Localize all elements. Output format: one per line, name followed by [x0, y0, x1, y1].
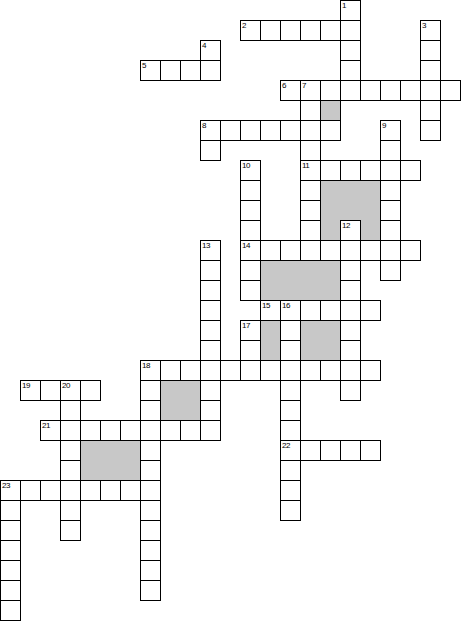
crossword-cell[interactable]	[240, 200, 261, 221]
crossword-cell[interactable]	[260, 360, 281, 381]
crossword-cell[interactable]	[60, 460, 81, 481]
shaded-cell	[340, 200, 361, 221]
crossword-cell[interactable]	[0, 540, 21, 561]
crossword-cell[interactable]	[340, 380, 361, 401]
crossword-cell[interactable]	[200, 400, 221, 421]
crossword-cell[interactable]	[200, 360, 221, 381]
crossword-cell[interactable]	[420, 60, 441, 81]
crossword-cell[interactable]	[20, 480, 41, 501]
crossword-cell[interactable]	[280, 500, 301, 521]
shaded-cell	[300, 340, 321, 361]
shaded-cell	[280, 280, 301, 301]
crossword-cell[interactable]	[340, 40, 361, 61]
crossword-cell[interactable]: 7	[300, 80, 321, 101]
crossword-cell[interactable]	[100, 480, 121, 501]
shaded-cell	[300, 320, 321, 341]
crossword-board: 1234567891011121314151617181920212223	[0, 0, 461, 621]
crossword-cell[interactable]: 19	[20, 380, 41, 401]
shaded-cell	[360, 200, 381, 221]
crossword-cell[interactable]: 14	[240, 240, 261, 261]
crossword-cell[interactable]	[420, 120, 441, 141]
crossword-cell[interactable]	[340, 80, 361, 101]
crossword-cell[interactable]	[0, 580, 21, 601]
clue-number: 21	[42, 421, 50, 430]
crossword-cell[interactable]	[60, 420, 81, 441]
shaded-cell	[320, 220, 341, 241]
crossword-cell[interactable]	[340, 240, 361, 261]
crossword-cell[interactable]	[140, 520, 161, 541]
crossword-cell[interactable]	[320, 80, 341, 101]
crossword-cell[interactable]	[120, 420, 141, 441]
crossword-cell[interactable]: 8	[200, 120, 221, 141]
shaded-cell	[280, 260, 301, 281]
clue-number: 10	[242, 161, 250, 170]
crossword-cell[interactable]	[200, 420, 221, 441]
crossword-cell[interactable]	[300, 20, 321, 41]
clue-number: 5	[142, 61, 146, 70]
shaded-cell	[320, 100, 341, 121]
crossword-cell[interactable]	[140, 560, 161, 581]
clue-number: 9	[382, 121, 386, 130]
crossword-cell[interactable]	[420, 100, 441, 121]
crossword-cell[interactable]	[80, 380, 101, 401]
crossword-cell[interactable]	[300, 220, 321, 241]
crossword-cell[interactable]	[140, 580, 161, 601]
crossword-cell[interactable]	[280, 400, 301, 421]
crossword-cell[interactable]	[200, 380, 221, 401]
crossword-cell[interactable]	[80, 480, 101, 501]
crossword-cell[interactable]	[140, 380, 161, 401]
crossword-cell[interactable]	[360, 240, 381, 261]
crossword-cell[interactable]	[340, 20, 361, 41]
crossword-cell[interactable]	[380, 220, 401, 241]
shaded-cell	[320, 280, 341, 301]
crossword-cell[interactable]	[220, 120, 241, 141]
crossword-cell[interactable]	[420, 80, 441, 101]
crossword-cell[interactable]: 11	[300, 160, 321, 181]
crossword-cell[interactable]	[340, 340, 361, 361]
crossword-cell[interactable]	[280, 120, 301, 141]
crossword-cell[interactable]	[380, 160, 401, 181]
crossword-cell[interactable]	[280, 20, 301, 41]
clue-number: 13	[202, 241, 210, 250]
crossword-cell[interactable]	[40, 480, 61, 501]
crossword-cell[interactable]	[300, 440, 321, 461]
crossword-cell[interactable]	[360, 160, 381, 181]
crossword-cell[interactable]	[0, 560, 21, 581]
crossword-cell[interactable]	[240, 340, 261, 361]
clue-number: 15	[262, 301, 270, 310]
shaded-cell	[260, 280, 281, 301]
crossword-cell[interactable]	[340, 160, 361, 181]
crossword-cell[interactable]	[280, 320, 301, 341]
crossword-cell[interactable]	[420, 40, 441, 61]
crossword-cell[interactable]	[40, 380, 61, 401]
crossword-cell[interactable]	[120, 480, 141, 501]
crossword-cell[interactable]	[280, 380, 301, 401]
crossword-cell[interactable]	[200, 280, 221, 301]
crossword-cell[interactable]	[180, 60, 201, 81]
crossword-cell[interactable]	[140, 440, 161, 461]
crossword-cell[interactable]	[200, 260, 221, 281]
clue-number: 23	[2, 481, 10, 490]
crossword-cell[interactable]	[320, 160, 341, 181]
crossword-cell[interactable]	[280, 480, 301, 501]
shaded-cell	[320, 180, 341, 201]
shaded-cell	[120, 460, 141, 481]
shaded-cell	[320, 200, 341, 221]
crossword-cell[interactable]: 6	[280, 80, 301, 101]
crossword-cell[interactable]	[60, 400, 81, 421]
shaded-cell	[100, 460, 121, 481]
crossword-cell[interactable]: 3	[420, 20, 441, 41]
crossword-cell[interactable]	[300, 180, 321, 201]
crossword-cell[interactable]	[240, 260, 261, 281]
shaded-cell	[360, 180, 381, 201]
crossword-cell[interactable]	[160, 420, 181, 441]
crossword-cell[interactable]	[280, 360, 301, 381]
crossword-cell[interactable]	[340, 280, 361, 301]
crossword-cell[interactable]	[200, 340, 221, 361]
crossword-cell[interactable]: 23	[0, 480, 21, 501]
crossword-cell[interactable]	[440, 80, 461, 101]
clue-number: 2	[242, 21, 246, 30]
crossword-cell[interactable]	[300, 140, 321, 161]
crossword-cell[interactable]	[140, 500, 161, 521]
crossword-cell[interactable]	[180, 420, 201, 441]
crossword-cell[interactable]: 4	[200, 40, 221, 61]
crossword-cell[interactable]	[200, 320, 221, 341]
crossword-cell[interactable]	[140, 540, 161, 561]
shaded-cell	[180, 400, 201, 421]
crossword-cell[interactable]	[280, 340, 301, 361]
crossword-cell[interactable]	[240, 220, 261, 241]
crossword-cell[interactable]	[280, 240, 301, 261]
crossword-cell[interactable]: 5	[140, 60, 161, 81]
crossword-cell[interactable]	[360, 360, 381, 381]
crossword-cell[interactable]	[240, 180, 261, 201]
crossword-cell[interactable]: 22	[280, 440, 301, 461]
crossword-cell[interactable]	[60, 440, 81, 461]
crossword-cell[interactable]	[100, 420, 121, 441]
crossword-cell[interactable]	[400, 80, 421, 101]
crossword-cell[interactable]	[80, 420, 101, 441]
crossword-cell[interactable]	[200, 140, 221, 161]
clue-number: 12	[342, 221, 350, 230]
crossword-cell[interactable]	[300, 360, 321, 381]
shaded-cell	[320, 320, 341, 341]
crossword-cell[interactable]	[380, 140, 401, 161]
crossword-cell[interactable]	[140, 400, 161, 421]
crossword-cell[interactable]	[340, 300, 361, 321]
crossword-cell[interactable]	[60, 500, 81, 521]
crossword-cell[interactable]	[140, 480, 161, 501]
crossword-cell[interactable]	[260, 20, 281, 41]
crossword-cell[interactable]	[300, 200, 321, 221]
crossword-cell[interactable]	[280, 460, 301, 481]
crossword-cell[interactable]	[380, 80, 401, 101]
crossword-cell[interactable]	[260, 240, 281, 261]
crossword-cell[interactable]	[180, 360, 201, 381]
clue-number: 7	[302, 81, 306, 90]
crossword-cell[interactable]	[400, 240, 421, 261]
crossword-cell[interactable]	[380, 240, 401, 261]
shaded-cell	[260, 320, 281, 341]
clue-number: 3	[422, 21, 426, 30]
crossword-cell[interactable]	[0, 600, 21, 621]
crossword-cell[interactable]	[320, 20, 341, 41]
shaded-cell	[360, 220, 381, 241]
clue-number: 20	[62, 381, 70, 390]
shaded-cell	[120, 440, 141, 461]
crossword-cell[interactable]	[360, 80, 381, 101]
clue-number: 17	[242, 321, 250, 330]
crossword-cell[interactable]	[300, 100, 321, 121]
crossword-cell[interactable]	[140, 420, 161, 441]
crossword-cell[interactable]	[320, 360, 341, 381]
crossword-cell[interactable]	[300, 120, 321, 141]
shaded-cell	[80, 440, 101, 461]
crossword-cell[interactable]	[0, 520, 21, 541]
clue-number: 22	[282, 441, 290, 450]
crossword-cell[interactable]	[360, 440, 381, 461]
crossword-cell[interactable]: 12	[340, 220, 361, 241]
crossword-cell[interactable]	[340, 440, 361, 461]
clue-number: 19	[22, 381, 30, 390]
crossword-cell[interactable]	[240, 360, 261, 381]
crossword-cell[interactable]	[340, 360, 361, 381]
clue-number: 11	[302, 161, 309, 170]
clue-number: 1	[342, 1, 346, 10]
crossword-cell[interactable]: 2	[240, 20, 261, 41]
crossword-cell[interactable]	[160, 60, 181, 81]
crossword-cell[interactable]: 16	[280, 300, 301, 321]
crossword-cell[interactable]	[300, 300, 321, 321]
crossword-cell[interactable]: 21	[40, 420, 61, 441]
shaded-cell	[300, 260, 321, 281]
shaded-cell	[80, 460, 101, 481]
crossword-cell[interactable]: 10	[240, 160, 261, 181]
shaded-cell	[320, 340, 341, 361]
crossword-cell[interactable]: 20	[60, 380, 81, 401]
crossword-cell[interactable]	[320, 120, 341, 141]
clue-number: 4	[202, 41, 206, 50]
crossword-cell[interactable]	[0, 500, 21, 521]
crossword-cell[interactable]: 1	[340, 0, 361, 21]
crossword-cell[interactable]	[320, 240, 341, 261]
crossword-cell[interactable]	[60, 520, 81, 541]
crossword-cell[interactable]: 17	[240, 320, 261, 341]
crossword-cell[interactable]: 18	[140, 360, 161, 381]
clue-number: 18	[142, 361, 150, 370]
crossword-cell[interactable]	[60, 480, 81, 501]
crossword-cell[interactable]	[320, 440, 341, 461]
shaded-cell	[180, 380, 201, 401]
shaded-cell	[300, 280, 321, 301]
crossword-cell[interactable]	[380, 200, 401, 221]
shaded-cell	[100, 440, 121, 461]
crossword-cell[interactable]	[260, 120, 281, 141]
clue-number: 8	[202, 121, 206, 130]
crossword-cell[interactable]	[300, 240, 321, 261]
crossword-cell[interactable]: 15	[260, 300, 281, 321]
shaded-cell	[260, 340, 281, 361]
crossword-cell[interactable]	[160, 360, 181, 381]
crossword-cell[interactable]: 13	[200, 240, 221, 261]
clue-number: 16	[282, 301, 290, 310]
crossword-cell[interactable]	[340, 60, 361, 81]
crossword-cell[interactable]	[340, 260, 361, 281]
shaded-cell	[320, 260, 341, 281]
crossword-cell[interactable]	[220, 360, 241, 381]
clue-number: 14	[242, 241, 250, 250]
crossword-cell[interactable]	[240, 120, 261, 141]
crossword-cell[interactable]	[200, 300, 221, 321]
crossword-cell[interactable]	[340, 320, 361, 341]
clue-number: 6	[282, 81, 286, 90]
shaded-cell	[260, 260, 281, 281]
crossword-cell[interactable]	[400, 160, 421, 181]
crossword-cell[interactable]	[360, 300, 381, 321]
crossword-cell[interactable]	[240, 280, 261, 301]
crossword-cell[interactable]	[280, 420, 301, 441]
crossword-cell[interactable]	[200, 60, 221, 81]
crossword-cell[interactable]	[380, 180, 401, 201]
crossword-cell[interactable]	[380, 260, 401, 281]
shaded-cell	[340, 180, 361, 201]
shaded-cell	[160, 400, 181, 421]
crossword-cell[interactable]: 9	[380, 120, 401, 141]
shaded-cell	[160, 380, 181, 401]
crossword-cell[interactable]	[320, 300, 341, 321]
crossword-cell[interactable]	[140, 460, 161, 481]
